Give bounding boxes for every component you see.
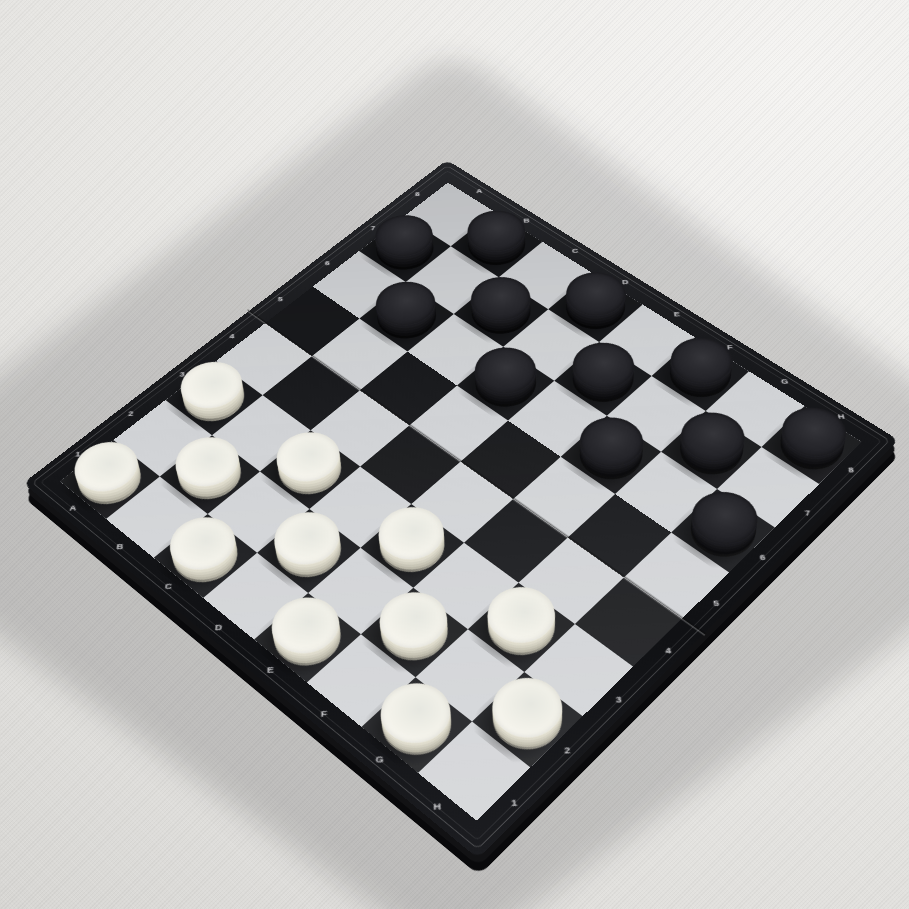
rank-label-5-right: 5 (707, 596, 726, 611)
square-c5[interactable] (360, 352, 457, 426)
board-frame: AA88BB77CC66DD55EE44FF33GG22HH11 (23, 160, 899, 859)
square-f4[interactable] (464, 499, 568, 583)
checker-black-c7[interactable] (460, 282, 542, 343)
file-label-e-top: E (668, 308, 685, 320)
file-label-f-top: F (721, 341, 738, 353)
file-label-f-bottom: F (315, 706, 333, 722)
square-b6[interactable] (359, 282, 453, 352)
rank-label-2-left: 2 (123, 407, 140, 420)
square-f2[interactable] (361, 588, 468, 677)
square-e1[interactable] (254, 593, 361, 683)
rank-label-6-right: 6 (754, 550, 773, 564)
file-label-a-top: A (472, 186, 487, 197)
square-h2[interactable] (472, 672, 583, 768)
rank-label-7-left: 7 (366, 222, 381, 233)
rank-label-1-right: 1 (505, 794, 524, 811)
file-label-b-bottom: B (111, 539, 129, 553)
checker-white-c1[interactable] (160, 519, 250, 592)
checker-black-h6[interactable] (678, 494, 769, 567)
rank-label-4-right: 4 (659, 643, 678, 658)
checker-black-f6[interactable] (567, 421, 655, 489)
rank-label-3-right: 3 (610, 691, 629, 707)
file-label-c-top: C (567, 245, 583, 256)
checker-white-b2[interactable] (166, 440, 253, 509)
rank-label-8-left: 8 (411, 189, 426, 200)
checker-white-c3[interactable] (266, 435, 354, 504)
photo-scene: AA88BB77CC66DD55EE44FF33GG22HH11 (0, 0, 909, 909)
file-label-d-bottom: D (209, 620, 227, 635)
square-g3[interactable] (468, 583, 575, 672)
rank-label-7-right: 7 (799, 506, 818, 520)
square-b4[interactable] (263, 356, 360, 430)
file-label-d-top: D (617, 276, 633, 288)
file-label-b-top: B (519, 215, 534, 226)
file-label-g-top: G (776, 375, 794, 388)
rank-label-4-left: 4 (225, 330, 241, 342)
rank-label-3-left: 3 (175, 368, 191, 380)
checker-black-h8[interactable] (768, 411, 856, 479)
board-squares (60, 183, 862, 821)
checkers-board: AA88BB77CC66DD55EE44FF33GG22HH11 (23, 160, 899, 859)
square-c7[interactable] (454, 277, 548, 346)
checker-black-e7[interactable] (560, 347, 645, 411)
checker-white-f2[interactable] (368, 593, 461, 671)
rank-label-5-left: 5 (273, 293, 288, 305)
rank-label-8-right: 8 (842, 463, 861, 476)
board-perspective-wrapper: AA88BB77CC66DD55EE44FF33GG22HH11 (0, 0, 909, 909)
rank-label-2-right: 2 (558, 742, 577, 758)
file-label-h-bottom: H (428, 798, 447, 815)
rank-label-6-left: 6 (320, 257, 335, 268)
